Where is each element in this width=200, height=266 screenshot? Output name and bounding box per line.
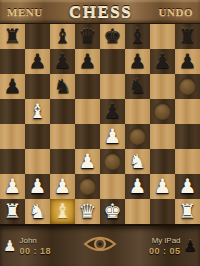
legal-move-dot-g5[interactable]: [154, 103, 171, 120]
chess-board: ♜♝♛♚♝♜♟♟♟♟♟♟♟♞♞♝♟♟♟♞♟♟♟♟♟♟♜♞♝♛♚♜: [0, 24, 200, 224]
square-a3[interactable]: [0, 149, 25, 174]
square-b1[interactable]: ♞: [25, 199, 50, 224]
square-e6[interactable]: [100, 74, 125, 99]
black-player-block: My iPad 00 : 05 ♟: [146, 236, 200, 256]
square-h6[interactable]: [175, 74, 200, 99]
square-g8[interactable]: [150, 24, 175, 49]
white-player-clock: 00 : 18: [19, 246, 51, 256]
square-e3[interactable]: [100, 149, 125, 174]
piece-wp-b2: ♟: [25, 174, 50, 199]
piece-wk-e1: ♚: [100, 199, 125, 224]
square-e4[interactable]: ♟: [100, 124, 125, 149]
square-c4[interactable]: [50, 124, 75, 149]
square-d8[interactable]: ♛: [75, 24, 100, 49]
piece-bp-e5: ♟: [100, 99, 125, 124]
piece-br-h8: ♜: [175, 24, 200, 49]
square-g7[interactable]: ♟: [150, 49, 175, 74]
piece-bp-h7: ♟: [175, 49, 200, 74]
square-f4[interactable]: [125, 124, 150, 149]
square-f1[interactable]: [125, 199, 150, 224]
piece-wn-b1: ♞: [25, 199, 50, 224]
square-a7[interactable]: [0, 49, 25, 74]
square-b5[interactable]: ♝: [25, 99, 50, 124]
square-b4[interactable]: [25, 124, 50, 149]
square-e1[interactable]: ♚: [100, 199, 125, 224]
square-g4[interactable]: [150, 124, 175, 149]
square-d4[interactable]: [75, 124, 100, 149]
square-b7[interactable]: ♟: [25, 49, 50, 74]
piece-bp-g7: ♟: [150, 49, 175, 74]
app-title: CHESS: [69, 2, 132, 22]
status-bar: ♟ John 00 : 18 My iPad 00 : 05 ♟: [0, 224, 200, 266]
piece-bn-f6: ♞: [125, 74, 150, 99]
piece-wp-g2: ♟: [150, 174, 175, 199]
legal-move-dot-h6[interactable]: [179, 78, 196, 95]
white-player-block: ♟ John 00 : 18: [0, 236, 54, 256]
white-player-name: John: [19, 236, 51, 246]
square-d1[interactable]: ♛: [75, 199, 100, 224]
square-c6[interactable]: ♞: [50, 74, 75, 99]
piece-bb-c8: ♝: [50, 24, 75, 49]
eye-icon[interactable]: [83, 235, 117, 252]
square-h4[interactable]: [175, 124, 200, 149]
white-pawn-icon: ♟: [3, 239, 16, 254]
square-d7[interactable]: ♟: [75, 49, 100, 74]
square-h8[interactable]: ♜: [175, 24, 200, 49]
black-player-name: My iPad: [152, 236, 181, 246]
square-g3[interactable]: [150, 149, 175, 174]
square-g5[interactable]: [150, 99, 175, 124]
square-f2[interactable]: ♟: [125, 174, 150, 199]
header-bar: MENU CHESS UNDO: [0, 0, 200, 24]
piece-bp-a6: ♟: [0, 74, 25, 99]
square-a6[interactable]: ♟: [0, 74, 25, 99]
square-d5[interactable]: [75, 99, 100, 124]
square-g1[interactable]: [150, 199, 175, 224]
piece-bb-f8: ♝: [125, 24, 150, 49]
square-d3[interactable]: ♟: [75, 149, 100, 174]
piece-wn-f3: ♞: [125, 149, 150, 174]
square-c8[interactable]: ♝: [50, 24, 75, 49]
square-a1[interactable]: ♜: [0, 199, 25, 224]
square-h5[interactable]: [175, 99, 200, 124]
menu-button[interactable]: MENU: [0, 6, 50, 18]
square-g2[interactable]: ♟: [150, 174, 175, 199]
square-c3[interactable]: [50, 149, 75, 174]
legal-move-dot-e3[interactable]: [104, 153, 121, 170]
black-player-clock: 00 : 05: [149, 246, 181, 256]
square-b8[interactable]: [25, 24, 50, 49]
square-e5[interactable]: ♟: [100, 99, 125, 124]
square-f6[interactable]: ♞: [125, 74, 150, 99]
piece-wp-f2: ♟: [125, 174, 150, 199]
legal-move-dot-d2[interactable]: [79, 178, 96, 195]
square-d2[interactable]: [75, 174, 100, 199]
piece-bk-e8: ♚: [100, 24, 125, 49]
piece-bp-f7: ♟: [125, 49, 150, 74]
square-g6[interactable]: [150, 74, 175, 99]
square-f8[interactable]: ♝: [125, 24, 150, 49]
square-c7[interactable]: ♟: [50, 49, 75, 74]
square-b2[interactable]: ♟: [25, 174, 50, 199]
square-b3[interactable]: [25, 149, 50, 174]
square-a8[interactable]: ♜: [0, 24, 25, 49]
piece-wp-a2: ♟: [0, 174, 25, 199]
piece-bp-c7: ♟: [50, 49, 75, 74]
square-a4[interactable]: [0, 124, 25, 149]
square-c5[interactable]: [50, 99, 75, 124]
piece-bp-d7: ♟: [75, 49, 100, 74]
square-a5[interactable]: [0, 99, 25, 124]
square-h1[interactable]: ♜: [175, 199, 200, 224]
piece-wp-c2: ♟: [50, 174, 75, 199]
piece-wb-b5: ♝: [25, 99, 50, 124]
piece-wr-a1: ♜: [0, 199, 25, 224]
square-c2[interactable]: ♟: [50, 174, 75, 199]
square-f3[interactable]: ♞: [125, 149, 150, 174]
square-f7[interactable]: ♟: [125, 49, 150, 74]
piece-wp-d3: ♟: [75, 149, 100, 174]
piece-br-a8: ♜: [0, 24, 25, 49]
piece-bp-b7: ♟: [25, 49, 50, 74]
square-f5[interactable]: [125, 99, 150, 124]
square-h7[interactable]: ♟: [175, 49, 200, 74]
chess-app: MENU CHESS UNDO ♜♝♛♚♝♜♟♟♟♟♟♟♟♞♞♝♟♟♟♞♟♟♟♟…: [0, 0, 200, 266]
square-e2[interactable]: [100, 174, 125, 199]
square-b6[interactable]: [25, 74, 50, 99]
piece-bq-d8: ♛: [75, 24, 100, 49]
square-e8[interactable]: ♚: [100, 24, 125, 49]
undo-button[interactable]: UNDO: [152, 6, 200, 18]
piece-wp-h2: ♟: [175, 174, 200, 199]
piece-bn-c6: ♞: [50, 74, 75, 99]
square-h2[interactable]: ♟: [175, 174, 200, 199]
piece-wq-d1: ♛: [75, 199, 100, 224]
piece-wb-c1: ♝: [50, 199, 75, 224]
square-c1[interactable]: ♝: [50, 199, 75, 224]
square-d6[interactable]: [75, 74, 100, 99]
black-pawn-icon: ♟: [184, 239, 197, 254]
piece-wp-e4: ♟: [100, 124, 125, 149]
square-h3[interactable]: [175, 149, 200, 174]
piece-wr-h1: ♜: [175, 199, 200, 224]
legal-move-dot-f4[interactable]: [129, 128, 146, 145]
square-e7[interactable]: [100, 49, 125, 74]
square-a2[interactable]: ♟: [0, 174, 25, 199]
